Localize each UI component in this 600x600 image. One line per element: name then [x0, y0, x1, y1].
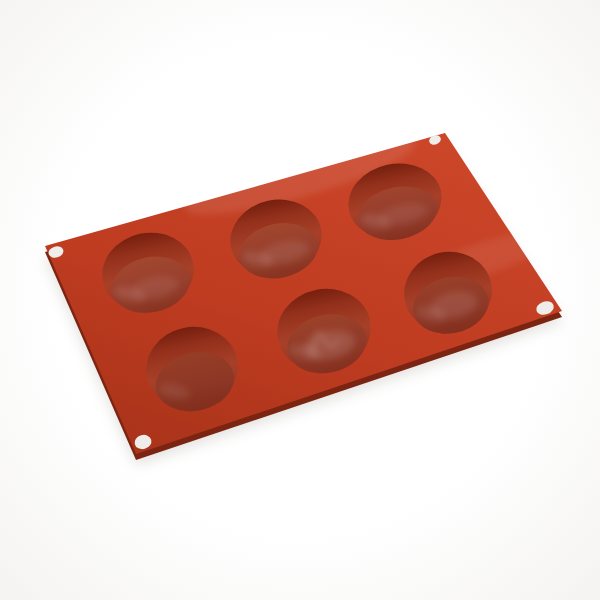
- mold-photo-svg: [0, 0, 600, 600]
- product-photo: [0, 0, 600, 600]
